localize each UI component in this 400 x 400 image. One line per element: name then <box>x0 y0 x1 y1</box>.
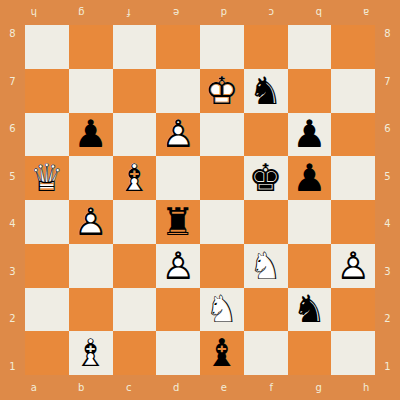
white-pawn-outline-glyph: ♙ <box>331 244 375 288</box>
square-b5[interactable] <box>69 156 113 200</box>
white-queen-outline-glyph: ♕ <box>25 156 69 200</box>
white-bishop[interactable]: ♝♗ <box>69 331 113 375</box>
white-knight-outline-glyph: ♘ <box>200 288 244 332</box>
rank-label-1: 1 <box>0 343 25 391</box>
white-pawn-outline-glyph: ♙ <box>156 244 200 288</box>
square-e8[interactable] <box>200 25 244 69</box>
rank-label-4: 4 <box>375 200 400 248</box>
white-bishop-fill-glyph: ♝ <box>69 331 113 375</box>
white-pawn-fill-glyph: ♟ <box>156 244 200 288</box>
square-b6[interactable]: ♟ <box>69 113 113 157</box>
square-d3[interactable]: ♟♙ <box>156 244 200 288</box>
square-c6[interactable] <box>113 113 157 157</box>
rank-label-3: 3 <box>375 248 400 296</box>
white-queen-fill-glyph: ♛ <box>25 156 69 200</box>
rank-labels-left: 87654321 <box>0 10 25 390</box>
square-f7[interactable]: ♞ <box>244 69 288 113</box>
square-a6[interactable] <box>25 113 69 157</box>
file-label-b: b <box>295 0 343 25</box>
rank-label-6: 6 <box>0 105 25 153</box>
rank-label-2: 2 <box>0 295 25 343</box>
square-e1[interactable]: ♝ <box>200 331 244 375</box>
black-knight[interactable]: ♞ <box>244 69 288 113</box>
square-g3[interactable] <box>288 244 332 288</box>
square-c8[interactable] <box>113 25 157 69</box>
rank-label-7: 7 <box>0 58 25 106</box>
square-f4[interactable] <box>244 200 288 244</box>
square-d4[interactable]: ♜ <box>156 200 200 244</box>
white-knight-fill-glyph: ♞ <box>200 288 244 332</box>
board-frame: abcdefgh abcdefgh 87654321 87654321 ♚♔♞♟… <box>0 0 400 400</box>
rank-label-5: 5 <box>375 153 400 201</box>
rank-label-6: 6 <box>375 105 400 153</box>
white-pawn-outline-glyph: ♙ <box>69 200 113 244</box>
file-label-e: e <box>200 375 248 400</box>
white-queen[interactable]: ♛♕ <box>25 156 69 200</box>
square-a5[interactable]: ♛♕ <box>25 156 69 200</box>
square-g8[interactable] <box>288 25 332 69</box>
black-bishop[interactable]: ♝ <box>200 331 244 375</box>
square-d5[interactable] <box>156 156 200 200</box>
square-f8[interactable] <box>244 25 288 69</box>
white-pawn-fill-glyph: ♟ <box>156 113 200 157</box>
black-pawn-glyph: ♟ <box>288 156 332 200</box>
file-label-f: f <box>105 0 153 25</box>
square-b4[interactable]: ♟♙ <box>69 200 113 244</box>
square-d7[interactable] <box>156 69 200 113</box>
white-bishop-fill-glyph: ♝ <box>113 156 157 200</box>
rank-label-1: 1 <box>375 343 400 391</box>
square-h2[interactable] <box>331 288 375 332</box>
black-knight-glyph: ♞ <box>244 69 288 113</box>
square-h3[interactable]: ♟♙ <box>331 244 375 288</box>
square-f3[interactable]: ♞♘ <box>244 244 288 288</box>
white-bishop-outline-glyph: ♗ <box>69 331 113 375</box>
black-king[interactable]: ♚ <box>244 156 288 200</box>
rank-label-5: 5 <box>0 153 25 201</box>
black-rook[interactable]: ♜ <box>156 200 200 244</box>
square-c3[interactable] <box>113 244 157 288</box>
white-pawn[interactable]: ♟♙ <box>156 113 200 157</box>
white-knight[interactable]: ♞♘ <box>200 288 244 332</box>
white-pawn[interactable]: ♟♙ <box>69 200 113 244</box>
square-a2[interactable] <box>25 288 69 332</box>
square-c1[interactable] <box>113 331 157 375</box>
square-a3[interactable] <box>25 244 69 288</box>
file-label-e: e <box>153 0 201 25</box>
white-knight-outline-glyph: ♘ <box>244 244 288 288</box>
square-c5[interactable]: ♝♗ <box>113 156 157 200</box>
square-g6[interactable]: ♟ <box>288 113 332 157</box>
white-king-outline-glyph: ♔ <box>200 69 244 113</box>
square-a4[interactable] <box>25 200 69 244</box>
square-f2[interactable] <box>244 288 288 332</box>
file-labels-top: abcdefgh <box>10 0 390 25</box>
square-b2[interactable] <box>69 288 113 332</box>
square-f6[interactable] <box>244 113 288 157</box>
file-label-b: b <box>58 375 106 400</box>
square-e4[interactable] <box>200 200 244 244</box>
white-pawn[interactable]: ♟♙ <box>331 244 375 288</box>
square-h8[interactable] <box>331 25 375 69</box>
black-pawn[interactable]: ♟ <box>69 113 113 157</box>
rank-label-2: 2 <box>375 295 400 343</box>
file-label-d: d <box>153 375 201 400</box>
black-pawn[interactable]: ♟ <box>288 113 332 157</box>
rank-labels-right: 87654321 <box>375 10 400 390</box>
black-pawn[interactable]: ♟ <box>288 156 332 200</box>
black-king-glyph: ♚ <box>244 156 288 200</box>
square-g4[interactable] <box>288 200 332 244</box>
white-bishop[interactable]: ♝♗ <box>113 156 157 200</box>
white-knight-fill-glyph: ♞ <box>244 244 288 288</box>
square-c2[interactable] <box>113 288 157 332</box>
black-bishop-glyph: ♝ <box>200 331 244 375</box>
square-d2[interactable] <box>156 288 200 332</box>
square-h4[interactable] <box>331 200 375 244</box>
square-e2[interactable]: ♞♘ <box>200 288 244 332</box>
rank-label-7: 7 <box>375 58 400 106</box>
square-h1[interactable] <box>331 331 375 375</box>
square-b8[interactable] <box>69 25 113 69</box>
black-knight[interactable]: ♞ <box>288 288 332 332</box>
square-f1[interactable] <box>244 331 288 375</box>
white-pawn-outline-glyph: ♙ <box>156 113 200 157</box>
white-king[interactable]: ♚♔ <box>200 69 244 113</box>
square-g2[interactable]: ♞ <box>288 288 332 332</box>
square-e6[interactable] <box>200 113 244 157</box>
square-a7[interactable] <box>25 69 69 113</box>
white-pawn[interactable]: ♟♙ <box>156 244 200 288</box>
file-label-f: f <box>248 375 296 400</box>
black-rook-glyph: ♜ <box>156 200 200 244</box>
square-d1[interactable] <box>156 331 200 375</box>
file-label-g: g <box>295 375 343 400</box>
square-h7[interactable] <box>331 69 375 113</box>
square-a8[interactable] <box>25 25 69 69</box>
square-g1[interactable] <box>288 331 332 375</box>
square-e7[interactable]: ♚♔ <box>200 69 244 113</box>
rank-label-3: 3 <box>0 248 25 296</box>
square-b7[interactable] <box>69 69 113 113</box>
file-labels-bottom: abcdefgh <box>10 375 390 400</box>
rank-label-8: 8 <box>0 10 25 58</box>
square-d6[interactable]: ♟♙ <box>156 113 200 157</box>
rank-label-8: 8 <box>375 10 400 58</box>
square-g7[interactable] <box>288 69 332 113</box>
square-h5[interactable] <box>331 156 375 200</box>
file-label-d: d <box>200 0 248 25</box>
black-pawn-glyph: ♟ <box>69 113 113 157</box>
rank-label-4: 4 <box>0 200 25 248</box>
square-d8[interactable] <box>156 25 200 69</box>
square-g5[interactable]: ♟ <box>288 156 332 200</box>
square-e5[interactable] <box>200 156 244 200</box>
white-pawn-fill-glyph: ♟ <box>331 244 375 288</box>
file-label-c: c <box>105 375 153 400</box>
white-pawn-fill-glyph: ♟ <box>69 200 113 244</box>
square-b1[interactable]: ♝♗ <box>69 331 113 375</box>
white-king-fill-glyph: ♚ <box>200 69 244 113</box>
chess-board: ♚♔♞♟♟♙♟♛♕♝♗♚♟♟♙♜♟♙♞♘♟♙♞♘♞♝♗♝ <box>25 25 375 375</box>
square-c7[interactable] <box>113 69 157 113</box>
square-b3[interactable] <box>69 244 113 288</box>
square-f5[interactable]: ♚ <box>244 156 288 200</box>
white-knight[interactable]: ♞♘ <box>244 244 288 288</box>
square-c4[interactable] <box>113 200 157 244</box>
file-label-g: g <box>58 0 106 25</box>
black-knight-glyph: ♞ <box>288 288 332 332</box>
white-bishop-outline-glyph: ♗ <box>113 156 157 200</box>
square-h6[interactable] <box>331 113 375 157</box>
black-pawn-glyph: ♟ <box>288 113 332 157</box>
square-e3[interactable] <box>200 244 244 288</box>
square-a1[interactable] <box>25 331 69 375</box>
file-label-c: c <box>248 0 296 25</box>
